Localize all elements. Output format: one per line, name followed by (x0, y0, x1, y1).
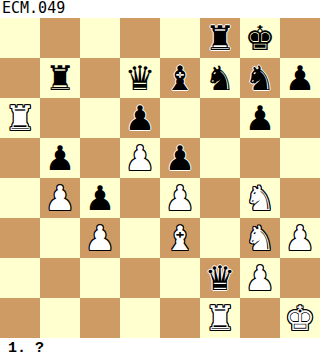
square-h2[interactable] (280, 258, 320, 298)
square-h3[interactable]: ♟ (280, 218, 320, 258)
square-d1[interactable] (120, 298, 160, 338)
square-h6[interactable] (280, 98, 320, 138)
square-b4[interactable]: ♟ (40, 178, 80, 218)
square-b7[interactable]: ♜ (40, 58, 80, 98)
square-e7[interactable]: ♝ (160, 58, 200, 98)
square-h4[interactable] (280, 178, 320, 218)
piece-black-bishop: ♝ (165, 61, 195, 95)
square-g2[interactable]: ♟ (240, 258, 280, 298)
piece-white-knight: ♞ (245, 221, 275, 255)
piece-white-pawn: ♟ (85, 221, 115, 255)
square-a6[interactable]: ♜ (0, 98, 40, 138)
square-f6[interactable] (200, 98, 240, 138)
square-g5[interactable] (240, 138, 280, 178)
piece-white-pawn: ♟ (285, 221, 315, 255)
piece-black-pawn: ♟ (285, 61, 315, 95)
square-g1[interactable] (240, 298, 280, 338)
square-e3[interactable]: ♝ (160, 218, 200, 258)
square-d3[interactable] (120, 218, 160, 258)
square-e4[interactable]: ♟ (160, 178, 200, 218)
square-g4[interactable]: ♞ (240, 178, 280, 218)
piece-white-pawn: ♟ (45, 181, 75, 215)
piece-white-pawn: ♟ (245, 261, 275, 295)
square-e8[interactable] (160, 18, 200, 58)
square-f7[interactable]: ♞ (200, 58, 240, 98)
square-a7[interactable] (0, 58, 40, 98)
square-a2[interactable] (0, 258, 40, 298)
square-h5[interactable] (280, 138, 320, 178)
square-e5[interactable]: ♟ (160, 138, 200, 178)
piece-black-pawn: ♟ (245, 101, 275, 135)
chess-diagram-window: ECM.049 ♜♚♜♛♝♞♞♟♜♟♟♟♟♟♟♟♟♞♟♝♞♟♛♟♜♚ 1. ? (0, 0, 320, 360)
square-g7[interactable]: ♞ (240, 58, 280, 98)
diagram-title: ECM.049 (0, 0, 320, 18)
piece-black-pawn: ♟ (165, 141, 195, 175)
square-c6[interactable] (80, 98, 120, 138)
piece-black-rook: ♜ (205, 21, 235, 55)
square-e6[interactable] (160, 98, 200, 138)
square-e2[interactable] (160, 258, 200, 298)
square-a4[interactable] (0, 178, 40, 218)
square-d5[interactable]: ♟ (120, 138, 160, 178)
square-h1[interactable]: ♚ (280, 298, 320, 338)
square-f8[interactable]: ♜ (200, 18, 240, 58)
square-h7[interactable]: ♟ (280, 58, 320, 98)
piece-black-queen: ♛ (205, 261, 235, 295)
square-a5[interactable] (0, 138, 40, 178)
piece-black-queen: ♛ (125, 61, 155, 95)
square-d2[interactable] (120, 258, 160, 298)
square-c2[interactable] (80, 258, 120, 298)
piece-white-rook: ♜ (5, 101, 35, 135)
square-f1[interactable]: ♜ (200, 298, 240, 338)
square-d4[interactable] (120, 178, 160, 218)
square-f2[interactable]: ♛ (200, 258, 240, 298)
square-f4[interactable] (200, 178, 240, 218)
piece-white-king: ♚ (285, 301, 315, 335)
piece-white-pawn: ♟ (165, 181, 195, 215)
square-a8[interactable] (0, 18, 40, 58)
square-h8[interactable] (280, 18, 320, 58)
square-f3[interactable] (200, 218, 240, 258)
chess-board: ♜♚♜♛♝♞♞♟♜♟♟♟♟♟♟♟♟♞♟♝♞♟♛♟♜♚ (0, 18, 320, 338)
square-b5[interactable]: ♟ (40, 138, 80, 178)
move-prompt: 1. ? (0, 338, 320, 360)
square-g8[interactable]: ♚ (240, 18, 280, 58)
square-c8[interactable] (80, 18, 120, 58)
square-e1[interactable] (160, 298, 200, 338)
piece-black-rook: ♜ (45, 61, 75, 95)
square-c5[interactable] (80, 138, 120, 178)
square-d7[interactable]: ♛ (120, 58, 160, 98)
piece-black-knight: ♞ (205, 61, 235, 95)
piece-black-pawn: ♟ (125, 101, 155, 135)
square-a3[interactable] (0, 218, 40, 258)
piece-black-pawn: ♟ (45, 141, 75, 175)
square-d6[interactable]: ♟ (120, 98, 160, 138)
square-f5[interactable] (200, 138, 240, 178)
square-b1[interactable] (40, 298, 80, 338)
square-c4[interactable]: ♟ (80, 178, 120, 218)
square-d8[interactable] (120, 18, 160, 58)
square-b3[interactable] (40, 218, 80, 258)
piece-white-rook: ♜ (205, 301, 235, 335)
square-c3[interactable]: ♟ (80, 218, 120, 258)
piece-white-bishop: ♝ (165, 221, 195, 255)
square-b6[interactable] (40, 98, 80, 138)
square-c1[interactable] (80, 298, 120, 338)
square-c7[interactable] (80, 58, 120, 98)
piece-black-king: ♚ (245, 21, 275, 55)
square-b2[interactable] (40, 258, 80, 298)
piece-black-knight: ♞ (245, 61, 275, 95)
square-g3[interactable]: ♞ (240, 218, 280, 258)
piece-white-pawn: ♟ (125, 141, 155, 175)
square-a1[interactable] (0, 298, 40, 338)
piece-white-knight: ♞ (245, 181, 275, 215)
piece-black-pawn: ♟ (85, 181, 115, 215)
square-g6[interactable]: ♟ (240, 98, 280, 138)
square-b8[interactable] (40, 18, 80, 58)
